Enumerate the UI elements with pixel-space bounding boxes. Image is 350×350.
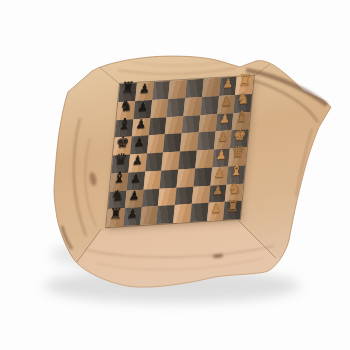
square: ♟ (212, 148, 230, 167)
piece-black-pawn: ♟ (137, 100, 149, 113)
square (165, 116, 183, 135)
square (162, 151, 180, 170)
piece-black-rook: ♜ (108, 206, 123, 222)
square (148, 117, 166, 136)
piece-black-king: ♚ (115, 134, 130, 150)
piece-black-pawn: ♟ (133, 136, 145, 149)
piece-white-king: ♚ (232, 127, 247, 143)
piece-black-knight: ♞ (110, 188, 125, 204)
square (141, 188, 159, 207)
piece-black-pawn: ♟ (126, 207, 138, 220)
square (180, 133, 198, 152)
square: ♟ (135, 82, 153, 101)
square (185, 79, 203, 98)
piece-white-pawn: ♟ (219, 113, 231, 126)
square (167, 98, 185, 117)
square: ♟ (128, 154, 146, 173)
piece-white-pawn: ♟ (214, 166, 226, 179)
square (152, 81, 170, 100)
piece-white-pawn: ♟ (212, 184, 224, 197)
square: ♟ (217, 95, 235, 114)
square (140, 206, 158, 225)
square: ♟ (133, 100, 151, 119)
square (150, 99, 168, 118)
piece-white-bishop: ♝ (234, 109, 249, 125)
square: ♜ (223, 201, 241, 220)
square (175, 186, 193, 205)
square: ♟ (126, 171, 144, 190)
piece-white-rook: ♜ (237, 73, 252, 89)
square: ♟ (207, 202, 225, 221)
piece-black-rook: ♜ (120, 80, 135, 96)
piece-black-knight: ♞ (119, 98, 134, 114)
square: ♟ (123, 207, 141, 226)
piece-black-pawn: ♟ (135, 118, 147, 131)
square (168, 80, 186, 99)
chessboard: ♜♟♟♜♞♟♟♞♝♟♟♝♚♟♟♚♛♟♟♛♝♟♟♝♞♟♟♞♜♟♟♜ (106, 76, 254, 227)
square: ♟ (219, 77, 237, 96)
square (190, 203, 208, 222)
square: ♟ (215, 113, 233, 132)
square (195, 149, 213, 168)
square (178, 150, 196, 169)
piece-white-bishop: ♝ (229, 163, 244, 179)
piece-white-pawn: ♟ (222, 77, 234, 90)
square (147, 135, 165, 154)
square (158, 187, 176, 206)
piece-white-pawn: ♟ (215, 148, 227, 161)
piece-black-pawn: ♟ (130, 171, 142, 184)
square (200, 96, 218, 115)
square (145, 152, 163, 171)
square (193, 167, 211, 186)
square: ♟ (130, 136, 148, 155)
piece-black-queen: ♛ (114, 152, 129, 168)
square (156, 205, 174, 224)
piece-white-pawn: ♟ (217, 131, 229, 144)
square: ♟ (213, 131, 231, 150)
square: ♜ (106, 208, 124, 227)
square (202, 78, 220, 97)
piece-white-pawn: ♟ (210, 202, 222, 215)
square (143, 170, 161, 189)
piece-black-bishop: ♝ (112, 170, 127, 186)
square (183, 97, 201, 116)
square: ♟ (125, 189, 143, 208)
piece-black-pawn: ♟ (139, 82, 151, 95)
square: ♟ (210, 166, 228, 185)
piece-white-pawn: ♟ (220, 95, 232, 108)
square (163, 134, 181, 153)
square (197, 132, 215, 151)
square (173, 204, 191, 223)
piece-black-pawn: ♟ (132, 154, 144, 167)
square: ♟ (208, 184, 226, 203)
square (160, 169, 178, 188)
square (182, 115, 200, 134)
piece-black-pawn: ♟ (128, 189, 140, 202)
square (198, 114, 216, 133)
square (177, 168, 195, 187)
square (192, 185, 210, 204)
piece-white-rook: ♜ (225, 198, 240, 214)
square: ♟ (132, 118, 150, 137)
piece-white-knight: ♞ (236, 91, 251, 107)
piece-white-queen: ♛ (231, 145, 246, 161)
chess-set-photo: ♜♟♟♜♞♟♟♞♝♟♟♝♚♟♟♚♛♟♟♛♝♟♟♝♞♟♟♞♜♟♟♜ (0, 0, 350, 350)
piece-white-knight: ♞ (227, 181, 242, 197)
piece-black-bishop: ♝ (117, 116, 132, 132)
